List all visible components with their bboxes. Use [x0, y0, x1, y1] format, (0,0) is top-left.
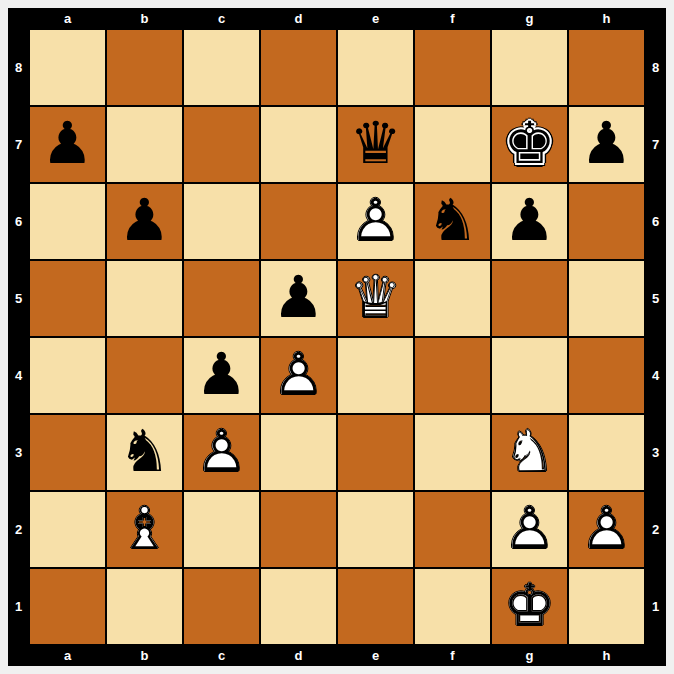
square-a2[interactable]	[29, 491, 106, 568]
square-e1[interactable]	[337, 568, 414, 645]
file-label-e-top: e	[337, 8, 414, 29]
rank-label-6-left: 6	[8, 183, 29, 260]
black-pawn-icon: ♟	[260, 260, 337, 337]
square-c4[interactable]: ♟	[183, 337, 260, 414]
piece-black-knight-f6[interactable]: ♞	[414, 183, 491, 260]
rank-label-8-left: 8	[8, 29, 29, 106]
square-e6[interactable]: ♟♙	[337, 183, 414, 260]
square-b7[interactable]	[106, 106, 183, 183]
piece-white-pawn-d4[interactable]: ♟♙	[260, 337, 337, 414]
square-d2[interactable]	[260, 491, 337, 568]
square-c5[interactable]	[183, 260, 260, 337]
square-d8[interactable]	[260, 29, 337, 106]
rank-label-6-right: 6	[645, 183, 666, 260]
file-label-e-bottom: e	[337, 645, 414, 666]
square-c7[interactable]	[183, 106, 260, 183]
square-c6[interactable]	[183, 183, 260, 260]
square-f5[interactable]	[414, 260, 491, 337]
square-a7[interactable]: ♟	[29, 106, 106, 183]
square-d3[interactable]	[260, 414, 337, 491]
square-g5[interactable]	[491, 260, 568, 337]
square-e3[interactable]	[337, 414, 414, 491]
square-a3[interactable]	[29, 414, 106, 491]
rank-label-5-left: 5	[8, 260, 29, 337]
square-f8[interactable]	[414, 29, 491, 106]
white-queen-outline-icon: ♕	[337, 260, 414, 337]
rank-label-4-left: 4	[8, 337, 29, 414]
square-e2[interactable]	[337, 491, 414, 568]
black-pawn-icon: ♟	[29, 106, 106, 183]
rank-label-7-right: 7	[645, 106, 666, 183]
white-pawn-outline-icon: ♙	[568, 491, 645, 568]
square-b5[interactable]	[106, 260, 183, 337]
piece-white-queen-e5[interactable]: ♛♕	[337, 260, 414, 337]
square-f6[interactable]: ♞	[414, 183, 491, 260]
rank-label-2-left: 2	[8, 491, 29, 568]
piece-white-pawn-e6[interactable]: ♟♙	[337, 183, 414, 260]
square-f4[interactable]	[414, 337, 491, 414]
piece-black-pawn-h7[interactable]: ♟	[568, 106, 645, 183]
black-queen-icon: ♛	[337, 106, 414, 183]
square-h7[interactable]: ♟	[568, 106, 645, 183]
square-c1[interactable]	[183, 568, 260, 645]
piece-black-pawn-a7[interactable]: ♟	[29, 106, 106, 183]
piece-white-pawn-c3[interactable]: ♟♙	[183, 414, 260, 491]
black-pawn-icon: ♟	[491, 183, 568, 260]
chess-board: abcdefgh887♟♛♚♟76♟♟♙♞♟65♟♛♕54♟♟♙43♞♟♙♞♘3…	[8, 8, 666, 666]
square-d4[interactable]: ♟♙	[260, 337, 337, 414]
piece-white-bishop-b2[interactable]: ♝♗	[106, 491, 183, 568]
square-h3[interactable]	[568, 414, 645, 491]
square-a6[interactable]	[29, 183, 106, 260]
square-e7[interactable]: ♛	[337, 106, 414, 183]
white-pawn-outline-icon: ♙	[337, 183, 414, 260]
frame-corner	[645, 645, 666, 666]
white-king-outline-icon: ♔	[491, 568, 568, 645]
square-g4[interactable]	[491, 337, 568, 414]
rank-label-5-right: 5	[645, 260, 666, 337]
black-pawn-icon: ♟	[568, 106, 645, 183]
file-label-d-bottom: d	[260, 645, 337, 666]
square-e4[interactable]	[337, 337, 414, 414]
square-b6[interactable]: ♟	[106, 183, 183, 260]
square-f1[interactable]	[414, 568, 491, 645]
square-h2[interactable]: ♟♙	[568, 491, 645, 568]
square-c8[interactable]	[183, 29, 260, 106]
square-b1[interactable]	[106, 568, 183, 645]
piece-white-pawn-h2[interactable]: ♟♙	[568, 491, 645, 568]
piece-black-pawn-c4[interactable]: ♟	[183, 337, 260, 414]
file-label-g-bottom: g	[491, 645, 568, 666]
file-label-h-top: h	[568, 8, 645, 29]
square-f7[interactable]	[414, 106, 491, 183]
chess-diagram: abcdefgh887♟♛♚♟76♟♟♙♞♟65♟♛♕54♟♟♙43♞♟♙♞♘3…	[0, 0, 674, 674]
square-e5[interactable]: ♛♕	[337, 260, 414, 337]
square-h5[interactable]	[568, 260, 645, 337]
rank-label-7-left: 7	[8, 106, 29, 183]
square-e8[interactable]	[337, 29, 414, 106]
black-knight-icon: ♞	[106, 414, 183, 491]
square-a5[interactable]	[29, 260, 106, 337]
rank-label-8-right: 8	[645, 29, 666, 106]
file-label-g-top: g	[491, 8, 568, 29]
white-pawn-outline-icon: ♙	[260, 337, 337, 414]
square-b4[interactable]	[106, 337, 183, 414]
piece-white-king-g1[interactable]: ♚♔	[491, 568, 568, 645]
square-h1[interactable]	[568, 568, 645, 645]
piece-black-pawn-d5[interactable]: ♟	[260, 260, 337, 337]
square-h8[interactable]	[568, 29, 645, 106]
rank-label-4-right: 4	[645, 337, 666, 414]
frame-corner	[8, 645, 29, 666]
square-g3[interactable]: ♞♘	[491, 414, 568, 491]
piece-white-pawn-g2[interactable]: ♟♙	[491, 491, 568, 568]
square-d1[interactable]	[260, 568, 337, 645]
rank-label-1-left: 1	[8, 568, 29, 645]
piece-black-pawn-g6[interactable]: ♟	[491, 183, 568, 260]
square-g2[interactable]: ♟♙	[491, 491, 568, 568]
square-c3[interactable]: ♟♙	[183, 414, 260, 491]
square-g1[interactable]: ♚♔	[491, 568, 568, 645]
file-label-f-bottom: f	[414, 645, 491, 666]
rank-label-3-left: 3	[8, 414, 29, 491]
square-b8[interactable]	[106, 29, 183, 106]
file-label-b-bottom: b	[106, 645, 183, 666]
square-h4[interactable]	[568, 337, 645, 414]
piece-black-knight-b3[interactable]: ♞	[106, 414, 183, 491]
square-d7[interactable]	[260, 106, 337, 183]
square-a4[interactable]	[29, 337, 106, 414]
black-knight-icon: ♞	[414, 183, 491, 260]
piece-black-queen-e7[interactable]: ♛	[337, 106, 414, 183]
piece-white-knight-g3[interactable]: ♞♘	[491, 414, 568, 491]
square-a8[interactable]	[29, 29, 106, 106]
file-label-c-bottom: c	[183, 645, 260, 666]
square-c2[interactable]	[183, 491, 260, 568]
rank-label-1-right: 1	[645, 568, 666, 645]
black-pawn-icon: ♟	[106, 183, 183, 260]
piece-black-pawn-b6[interactable]: ♟	[106, 183, 183, 260]
piece-black-king-g7[interactable]: ♚	[491, 106, 568, 183]
file-label-d-top: d	[260, 8, 337, 29]
black-king-icon: ♚	[491, 106, 568, 183]
square-f3[interactable]	[414, 414, 491, 491]
frame-corner	[8, 8, 29, 29]
square-d6[interactable]	[260, 183, 337, 260]
white-pawn-outline-icon: ♙	[491, 491, 568, 568]
square-g6[interactable]: ♟	[491, 183, 568, 260]
rank-label-3-right: 3	[645, 414, 666, 491]
white-knight-outline-icon: ♘	[491, 414, 568, 491]
file-label-a-bottom: a	[29, 645, 106, 666]
file-label-b-top: b	[106, 8, 183, 29]
file-label-f-top: f	[414, 8, 491, 29]
file-label-c-top: c	[183, 8, 260, 29]
square-a1[interactable]	[29, 568, 106, 645]
file-label-h-bottom: h	[568, 645, 645, 666]
rank-label-2-right: 2	[645, 491, 666, 568]
frame-corner	[645, 8, 666, 29]
square-f2[interactable]	[414, 491, 491, 568]
square-b2[interactable]: ♝♗	[106, 491, 183, 568]
white-bishop-outline-icon: ♗	[106, 491, 183, 568]
square-g7[interactable]: ♚	[491, 106, 568, 183]
square-d5[interactable]: ♟	[260, 260, 337, 337]
black-pawn-icon: ♟	[183, 337, 260, 414]
file-label-a-top: a	[29, 8, 106, 29]
square-h6[interactable]	[568, 183, 645, 260]
square-b3[interactable]: ♞	[106, 414, 183, 491]
square-g8[interactable]	[491, 29, 568, 106]
white-pawn-outline-icon: ♙	[183, 414, 260, 491]
